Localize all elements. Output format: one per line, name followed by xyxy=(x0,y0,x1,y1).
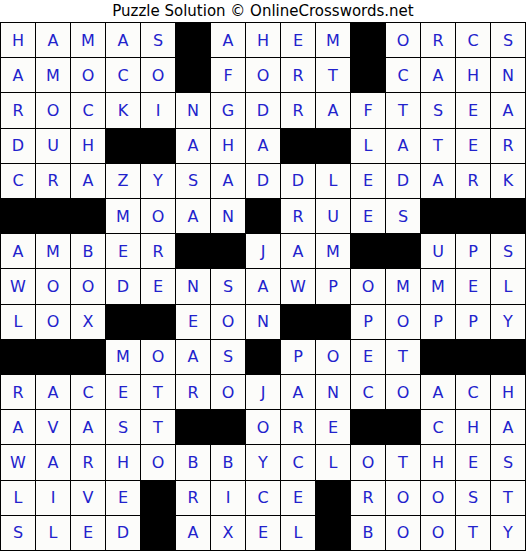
letter-cell-r10c11: E xyxy=(351,340,385,374)
letter-cell-r10c5: O xyxy=(141,340,175,374)
letter-cell-r15c3: E xyxy=(71,516,105,550)
letter-cell-r6c4: M xyxy=(106,199,140,233)
letter-cell-r15c6: A xyxy=(176,516,210,550)
letter-cell-r13c12: T xyxy=(386,445,420,479)
letter-cell-r5c3: A xyxy=(71,164,105,198)
black-cell-r9c10 xyxy=(316,305,350,339)
letter-cell-r8c3: O xyxy=(71,269,105,303)
letter-cell-r1c4: A xyxy=(106,23,140,57)
letter-cell-r8c11: O xyxy=(351,269,385,303)
crossword-grid: HAMASAHEMORCSAMOCOFORTCAHNROCKINGDRAFTSE… xyxy=(0,22,526,551)
black-cell-r12c7 xyxy=(211,410,245,444)
letter-cell-r2c14: H xyxy=(456,58,490,92)
black-cell-r15c5 xyxy=(141,516,175,550)
letter-cell-r3c2: O xyxy=(36,93,70,127)
letter-cell-r2c7: F xyxy=(211,58,245,92)
letter-cell-r11c7: O xyxy=(211,375,245,409)
letter-cell-r6c7: N xyxy=(211,199,245,233)
letter-cell-r7c8: J xyxy=(246,234,280,268)
letter-cell-r5c14: R xyxy=(456,164,490,198)
letter-cell-r1c7: A xyxy=(211,23,245,57)
black-cell-r10c8 xyxy=(246,340,280,374)
black-cell-r12c12 xyxy=(386,410,420,444)
letter-cell-r1c2: A xyxy=(36,23,70,57)
letter-cell-r6c5: O xyxy=(141,199,175,233)
letter-cell-r14c11: R xyxy=(351,481,385,515)
letter-cell-r2c4: C xyxy=(106,58,140,92)
black-cell-r1c6 xyxy=(176,23,210,57)
title-bar: Puzzle Solution © OnlineCrosswords.net xyxy=(0,0,526,22)
letter-cell-r7c13: U xyxy=(421,234,455,268)
black-cell-r6c14 xyxy=(456,199,490,233)
letter-cell-r8c10: P xyxy=(316,269,350,303)
letter-cell-r1c1: H xyxy=(1,23,35,57)
black-cell-r10c3 xyxy=(71,340,105,374)
letter-cell-r4c3: H xyxy=(71,129,105,163)
black-cell-r9c9 xyxy=(281,305,315,339)
letter-cell-r10c6: A xyxy=(176,340,210,374)
letter-cell-r11c1: R xyxy=(1,375,35,409)
letter-cell-r12c2: V xyxy=(36,410,70,444)
letter-cell-r11c15: H xyxy=(491,375,525,409)
letter-cell-r15c12: O xyxy=(386,516,420,550)
letter-cell-r7c14: P xyxy=(456,234,490,268)
letter-cell-r8c14: E xyxy=(456,269,490,303)
letter-cell-r12c4: S xyxy=(106,410,140,444)
letter-cell-r10c7: S xyxy=(211,340,245,374)
letter-cell-r14c4: E xyxy=(106,481,140,515)
letter-cell-r8c6: N xyxy=(176,269,210,303)
letter-cell-r1c9: E xyxy=(281,23,315,57)
letter-cell-r9c14: P xyxy=(456,305,490,339)
letter-cell-r15c15: Y xyxy=(491,516,525,550)
letter-cell-r3c14: E xyxy=(456,93,490,127)
letter-cell-r4c6: A xyxy=(176,129,210,163)
letter-cell-r6c11: E xyxy=(351,199,385,233)
letter-cell-r11c5: T xyxy=(141,375,175,409)
letter-cell-r7c1: A xyxy=(1,234,35,268)
letter-cell-r14c9: E xyxy=(281,481,315,515)
letter-cell-r3c10: A xyxy=(316,93,350,127)
letter-cell-r5c5: Y xyxy=(141,164,175,198)
letter-cell-r11c12: O xyxy=(386,375,420,409)
letter-cell-r15c4: D xyxy=(106,516,140,550)
letter-cell-r14c13: O xyxy=(421,481,455,515)
letter-cell-r5c7: A xyxy=(211,164,245,198)
letter-cell-r11c8: J xyxy=(246,375,280,409)
letter-cell-r7c2: M xyxy=(36,234,70,268)
letter-cell-r13c11: O xyxy=(351,445,385,479)
letter-cell-r13c8: Y xyxy=(246,445,280,479)
letter-cell-r4c8: A xyxy=(246,129,280,163)
letter-cell-r14c7: I xyxy=(211,481,245,515)
letter-cell-r9c3: X xyxy=(71,305,105,339)
letter-cell-r12c5: T xyxy=(141,410,175,444)
letter-cell-r14c12: O xyxy=(386,481,420,515)
letter-cell-r5c11: E xyxy=(351,164,385,198)
black-cell-r6c15 xyxy=(491,199,525,233)
letter-cell-r13c1: W xyxy=(1,445,35,479)
letter-cell-r9c1: L xyxy=(1,305,35,339)
letter-cell-r8c4: D xyxy=(106,269,140,303)
black-cell-r6c3 xyxy=(71,199,105,233)
letter-cell-r10c9: P xyxy=(281,340,315,374)
black-cell-r6c2 xyxy=(36,199,70,233)
letter-cell-r7c4: E xyxy=(106,234,140,268)
black-cell-r12c6 xyxy=(176,410,210,444)
black-cell-r9c5 xyxy=(141,305,175,339)
letter-cell-r11c3: C xyxy=(71,375,105,409)
letter-cell-r14c3: V xyxy=(71,481,105,515)
letter-cell-r6c12: S xyxy=(386,199,420,233)
letter-cell-r4c15: R xyxy=(491,129,525,163)
letter-cell-r5c6: S xyxy=(176,164,210,198)
letter-cell-r3c13: S xyxy=(421,93,455,127)
letter-cell-r4c11: L xyxy=(351,129,385,163)
letter-cell-r10c10: O xyxy=(316,340,350,374)
black-cell-r6c13 xyxy=(421,199,455,233)
letter-cell-r4c2: U xyxy=(36,129,70,163)
letter-cell-r1c13: R xyxy=(421,23,455,57)
letter-cell-r8c2: O xyxy=(36,269,70,303)
black-cell-r6c1 xyxy=(1,199,35,233)
black-cell-r10c1 xyxy=(1,340,35,374)
letter-cell-r13c7: B xyxy=(211,445,245,479)
letter-cell-r10c4: M xyxy=(106,340,140,374)
black-cell-r15c10 xyxy=(316,516,350,550)
black-cell-r1c11 xyxy=(351,23,385,57)
letter-cell-r6c6: A xyxy=(176,199,210,233)
letter-cell-r13c9: C xyxy=(281,445,315,479)
letter-cell-r7c10: M xyxy=(316,234,350,268)
letter-cell-r2c12: C xyxy=(386,58,420,92)
letter-cell-r4c14: E xyxy=(456,129,490,163)
letter-cell-r13c14: E xyxy=(456,445,490,479)
black-cell-r10c15 xyxy=(491,340,525,374)
letter-cell-r14c15: T xyxy=(491,481,525,515)
letter-cell-r12c15: A xyxy=(491,410,525,444)
letter-cell-r2c9: R xyxy=(281,58,315,92)
black-cell-r9c4 xyxy=(106,305,140,339)
black-cell-r4c5 xyxy=(141,129,175,163)
black-cell-r10c2 xyxy=(36,340,70,374)
letter-cell-r2c1: A xyxy=(1,58,35,92)
letter-cell-r1c5: S xyxy=(141,23,175,57)
letter-cell-r14c14: S xyxy=(456,481,490,515)
letter-cell-r2c3: O xyxy=(71,58,105,92)
black-cell-r10c13 xyxy=(421,340,455,374)
letter-cell-r2c15: N xyxy=(491,58,525,92)
letter-cell-r15c2: L xyxy=(36,516,70,550)
black-cell-r7c6 xyxy=(176,234,210,268)
black-cell-r4c4 xyxy=(106,129,140,163)
letter-cell-r8c7: S xyxy=(211,269,245,303)
letter-cell-r11c2: A xyxy=(36,375,70,409)
letter-cell-r3c12: T xyxy=(386,93,420,127)
black-cell-r4c10 xyxy=(316,129,350,163)
letter-cell-r7c15: S xyxy=(491,234,525,268)
black-cell-r7c7 xyxy=(211,234,245,268)
letter-cell-r3c4: K xyxy=(106,93,140,127)
letter-cell-r11c13: A xyxy=(421,375,455,409)
black-cell-r4c9 xyxy=(281,129,315,163)
letter-cell-r4c13: T xyxy=(421,129,455,163)
letter-cell-r3c5: I xyxy=(141,93,175,127)
letter-cell-r13c3: R xyxy=(71,445,105,479)
letter-cell-r3c9: R xyxy=(281,93,315,127)
letter-cell-r3c11: F xyxy=(351,93,385,127)
letter-cell-r3c15: A xyxy=(491,93,525,127)
letter-cell-r15c8: E xyxy=(246,516,280,550)
black-cell-r6c8 xyxy=(246,199,280,233)
letter-cell-r7c5: R xyxy=(141,234,175,268)
letter-cell-r12c14: H xyxy=(456,410,490,444)
letter-cell-r8c1: W xyxy=(1,269,35,303)
letter-cell-r13c6: B xyxy=(176,445,210,479)
letter-cell-r9c13: P xyxy=(421,305,455,339)
black-cell-r14c5 xyxy=(141,481,175,515)
letter-cell-r6c10: U xyxy=(316,199,350,233)
letter-cell-r1c14: C xyxy=(456,23,490,57)
letter-cell-r9c8: N xyxy=(246,305,280,339)
black-cell-r12c11 xyxy=(351,410,385,444)
letter-cell-r11c14: C xyxy=(456,375,490,409)
letter-cell-r15c9: L xyxy=(281,516,315,550)
letter-cell-r10c12: T xyxy=(386,340,420,374)
letter-cell-r11c10: N xyxy=(316,375,350,409)
letter-cell-r8c5: E xyxy=(141,269,175,303)
letter-cell-r13c5: O xyxy=(141,445,175,479)
letter-cell-r15c11: B xyxy=(351,516,385,550)
letter-cell-r2c10: T xyxy=(316,58,350,92)
letter-cell-r11c11: C xyxy=(351,375,385,409)
letter-cell-r3c6: N xyxy=(176,93,210,127)
letter-cell-r5c4: Z xyxy=(106,164,140,198)
black-cell-r10c14 xyxy=(456,340,490,374)
letter-cell-r1c10: M xyxy=(316,23,350,57)
letter-cell-r5c13: A xyxy=(421,164,455,198)
letter-cell-r8c13: M xyxy=(421,269,455,303)
letter-cell-r1c3: M xyxy=(71,23,105,57)
letter-cell-r12c8: O xyxy=(246,410,280,444)
letter-cell-r1c8: H xyxy=(246,23,280,57)
letter-cell-r8c12: M xyxy=(386,269,420,303)
letter-cell-r2c8: O xyxy=(246,58,280,92)
black-cell-r2c11 xyxy=(351,58,385,92)
letter-cell-r12c1: A xyxy=(1,410,35,444)
letter-cell-r1c15: S xyxy=(491,23,525,57)
letter-cell-r4c7: H xyxy=(211,129,245,163)
letter-cell-r3c3: C xyxy=(71,93,105,127)
letter-cell-r5c2: R xyxy=(36,164,70,198)
letter-cell-r13c15: S xyxy=(491,445,525,479)
letter-cell-r12c13: C xyxy=(421,410,455,444)
letter-cell-r8c15: L xyxy=(491,269,525,303)
letter-cell-r11c9: A xyxy=(281,375,315,409)
letter-cell-r4c1: D xyxy=(1,129,35,163)
black-cell-r7c12 xyxy=(386,234,420,268)
letter-cell-r7c9: A xyxy=(281,234,315,268)
letter-cell-r5c15: K xyxy=(491,164,525,198)
letter-cell-r8c9: W xyxy=(281,269,315,303)
letter-cell-r12c3: A xyxy=(71,410,105,444)
letter-cell-r12c9: R xyxy=(281,410,315,444)
letter-cell-r7c3: B xyxy=(71,234,105,268)
letter-cell-r14c8: C xyxy=(246,481,280,515)
letter-cell-r6c9: R xyxy=(281,199,315,233)
letter-cell-r11c6: R xyxy=(176,375,210,409)
letter-cell-r8c8: A xyxy=(246,269,280,303)
letter-cell-r14c1: L xyxy=(1,481,35,515)
letter-cell-r1c12: O xyxy=(386,23,420,57)
letter-cell-r13c13: H xyxy=(421,445,455,479)
letter-cell-r9c6: E xyxy=(176,305,210,339)
letter-cell-r3c7: G xyxy=(211,93,245,127)
letter-cell-r13c4: H xyxy=(106,445,140,479)
letter-cell-r15c7: X xyxy=(211,516,245,550)
letter-cell-r15c13: O xyxy=(421,516,455,550)
letter-cell-r5c1: C xyxy=(1,164,35,198)
letter-cell-r14c2: I xyxy=(36,481,70,515)
letter-cell-r9c12: O xyxy=(386,305,420,339)
letter-cell-r9c11: P xyxy=(351,305,385,339)
letter-cell-r5c9: D xyxy=(281,164,315,198)
letter-cell-r5c8: D xyxy=(246,164,280,198)
black-cell-r7c11 xyxy=(351,234,385,268)
letter-cell-r5c10: L xyxy=(316,164,350,198)
letter-cell-r2c13: A xyxy=(421,58,455,92)
page-title: Puzzle Solution © OnlineCrosswords.net xyxy=(112,0,413,22)
letter-cell-r11c4: E xyxy=(106,375,140,409)
letter-cell-r13c10: L xyxy=(316,445,350,479)
letter-cell-r15c14: T xyxy=(456,516,490,550)
letter-cell-r5c12: D xyxy=(386,164,420,198)
letter-cell-r3c1: R xyxy=(1,93,35,127)
black-cell-r14c10 xyxy=(316,481,350,515)
letter-cell-r9c2: O xyxy=(36,305,70,339)
letter-cell-r14c6: R xyxy=(176,481,210,515)
letter-cell-r2c5: O xyxy=(141,58,175,92)
letter-cell-r15c1: S xyxy=(1,516,35,550)
black-cell-r2c6 xyxy=(176,58,210,92)
letter-cell-r9c7: O xyxy=(211,305,245,339)
letter-cell-r9c15: Y xyxy=(491,305,525,339)
letter-cell-r2c2: M xyxy=(36,58,70,92)
letter-cell-r13c2: A xyxy=(36,445,70,479)
letter-cell-r4c12: A xyxy=(386,129,420,163)
letter-cell-r3c8: D xyxy=(246,93,280,127)
letter-cell-r12c10: E xyxy=(316,410,350,444)
